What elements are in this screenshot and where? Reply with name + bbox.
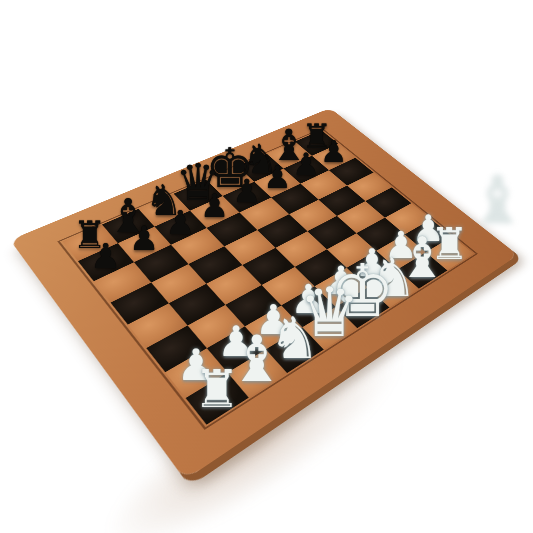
motion-blur-artifact: ♝ bbox=[468, 168, 527, 234]
piece-white-rook[interactable]: ♜ bbox=[191, 363, 243, 415]
piece-black-pawn[interactable]: ♟ bbox=[291, 149, 322, 180]
piece-black-pawn[interactable]: ♟ bbox=[164, 206, 197, 239]
photo-background: ♜♝♞♛♚♞♝♜♟♟♟♟♟♟♟♟♟♟♟♟♟♟♟♟♜♝♞♛♚♞♝♜ ♝ bbox=[0, 0, 533, 533]
piece-black-pawn[interactable]: ♟ bbox=[127, 222, 161, 256]
piece-black-pawn[interactable]: ♟ bbox=[262, 162, 293, 193]
pieces-layer: ♜♝♞♛♚♞♝♜♟♟♟♟♟♟♟♟♟♟♟♟♟♟♟♟♜♝♞♛♚♞♝♜ bbox=[0, 0, 533, 533]
piece-black-pawn[interactable]: ♟ bbox=[318, 137, 348, 167]
piece-black-pawn[interactable]: ♟ bbox=[198, 190, 230, 222]
piece-black-pawn[interactable]: ♟ bbox=[88, 239, 122, 273]
piece-black-pawn[interactable]: ♟ bbox=[231, 176, 263, 208]
